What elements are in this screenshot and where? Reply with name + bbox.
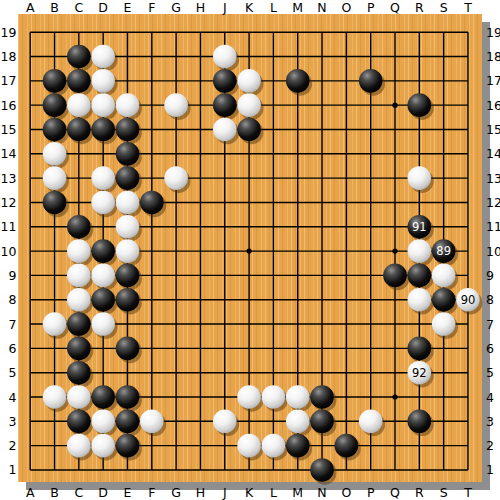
stone-white-P3 [359,410,385,437]
stone-white-E16 [116,93,142,120]
black-stone [213,69,237,93]
stone-black-R16 [408,93,434,120]
col-label-bottom-O: O [341,485,351,500]
white-stone [213,45,237,69]
col-label-bottom-N: N [317,485,326,500]
row-label-left-7: 7 [9,317,17,332]
stone-black-C17 [67,69,93,96]
star-point-Q4 [392,394,397,399]
row-label-left-5: 5 [9,365,17,380]
col-label-top-E: E [124,0,132,15]
col-label-bottom-L: L [270,485,277,500]
stone-black-J16 [213,93,239,120]
stone-white-K4 [237,385,263,412]
row-label-right-2: 2 [486,438,494,453]
white-stone [164,93,188,117]
col-label-bottom-R: R [415,485,424,500]
row-label-right-9: 9 [486,268,494,283]
stone-black-B17 [43,69,69,96]
stone-white-C2 [67,434,93,461]
white-stone [91,434,115,458]
stone-white-E11 [116,215,142,242]
black-stone [67,312,91,336]
col-label-bottom-G: G [171,485,181,500]
stone-black-N4 [310,385,336,412]
stone-white-C9 [67,264,93,291]
stone-white-J15 [213,118,239,145]
star-point-Q10 [392,248,397,253]
stone-white-B4 [43,385,69,412]
row-label-right-4: 4 [486,390,494,405]
row-label-right-13: 13 [486,171,500,186]
row-label-left-9: 9 [9,268,17,283]
row-label-left-1: 1 [9,462,17,477]
black-stone [67,337,91,361]
stone-white-B13 [43,166,69,193]
col-label-top-O: O [341,0,351,15]
stone-black-D8 [91,288,117,315]
black-stone [67,69,91,93]
white-stone [237,385,261,409]
stone-white-L4 [262,385,288,412]
stone-white-D13 [91,166,117,193]
stone-black-N3 [310,410,336,437]
stone-white-C4 [67,385,93,412]
black-stone [286,69,310,93]
stone-black-E14 [116,142,142,169]
stone-black-S8 [432,288,458,315]
col-label-bottom-C: C [74,485,83,500]
move-number-92: 92 [412,366,427,380]
stone-black-E8 [116,288,142,315]
row-label-right-11: 11 [486,219,500,234]
row-label-left-14: 14 [1,146,17,161]
black-stone [286,434,310,458]
white-stone [286,385,310,409]
stone-white-E12 [116,191,142,218]
white-stone [140,410,164,434]
row-label-right-10: 10 [486,244,500,259]
stone-black-M17 [286,69,312,96]
white-stone [262,434,286,458]
stone-white-K16 [237,93,263,120]
stone-white-R13 [408,166,434,193]
stone-black-E2 [116,434,142,461]
stone-white-B14 [43,142,69,169]
stone-white-K2 [237,434,263,461]
row-label-right-1: 1 [486,462,494,477]
white-stone [91,410,115,434]
col-label-top-T: T [463,0,472,15]
go-app-window: AA1919BB1818CC1717DD1616EE1515FF1414GG13… [0,0,500,500]
row-label-left-12: 12 [1,195,17,210]
row-label-right-17: 17 [486,73,500,88]
col-label-bottom-Q: Q [390,485,400,500]
row-label-right-14: 14 [486,146,500,161]
row-label-right-8: 8 [486,292,494,307]
white-stone [67,434,91,458]
row-label-right-15: 15 [486,122,500,137]
black-stone [116,166,140,190]
col-label-bottom-S: S [440,485,448,500]
stone-white-E10 [116,239,142,266]
row-label-right-5: 5 [486,365,494,380]
row-label-left-11: 11 [1,219,17,234]
move-number-91: 91 [412,220,427,234]
black-stone [91,239,115,263]
col-label-top-M: M [292,0,303,15]
white-stone [116,191,140,215]
black-stone [67,118,91,142]
stone-black-C6 [67,337,93,364]
col-label-top-C: C [74,0,83,15]
stone-white-C10 [67,239,93,266]
white-stone [67,239,91,263]
row-label-right-7: 7 [486,317,494,332]
stone-white-D3 [91,410,117,437]
black-stone [140,191,164,215]
stone-black-J17 [213,69,239,96]
stone-white-T8: 90 [456,288,482,315]
stone-black-E6 [116,337,142,364]
stones: 91899092 [43,45,483,485]
stone-white-R10 [408,239,434,266]
col-label-bottom-T: T [463,485,472,500]
row-label-right-16: 16 [486,98,500,113]
stone-black-F12 [140,191,166,218]
black-stone [408,410,432,434]
row-label-left-19: 19 [1,25,17,40]
black-stone [310,458,334,482]
row-label-right-3: 3 [486,414,494,429]
stone-black-E15 [116,118,142,145]
black-stone [43,118,67,142]
white-stone [43,312,67,336]
white-stone [116,239,140,263]
col-label-top-Q: Q [390,0,400,15]
row-label-left-15: 15 [1,122,17,137]
stone-white-D7 [91,312,117,339]
stone-black-R3 [408,410,434,437]
stone-white-D12 [91,191,117,218]
stone-black-B12 [43,191,69,218]
black-stone [116,410,140,434]
move-number-90: 90 [461,293,476,307]
stone-black-D4 [91,385,117,412]
white-stone [43,142,67,166]
col-label-top-D: D [98,0,108,15]
col-label-bottom-A: A [26,485,35,500]
row-label-right-18: 18 [486,49,500,64]
white-stone [286,410,310,434]
white-stone [67,288,91,312]
black-stone [213,93,237,117]
stone-black-C11 [67,215,93,242]
white-stone [237,434,261,458]
black-stone [310,385,334,409]
white-stone [432,264,456,288]
stone-black-R11: 91 [408,215,434,242]
stone-white-J3 [213,410,239,437]
stone-black-B16 [43,93,69,120]
white-stone [91,312,115,336]
row-label-left-4: 4 [9,390,17,405]
col-label-bottom-F: F [148,485,155,500]
row-label-right-12: 12 [486,195,500,210]
stone-white-R8 [408,288,434,315]
black-stone [67,45,91,69]
col-label-bottom-J: J [222,485,227,500]
stone-white-B7 [43,312,69,339]
white-stone [67,385,91,409]
stone-white-D9 [91,264,117,291]
black-stone [335,434,359,458]
white-stone [164,166,188,190]
black-stone [91,385,115,409]
col-label-top-L: L [270,0,277,15]
stone-black-Q9 [383,264,409,291]
white-stone [91,45,115,69]
row-label-left-13: 13 [1,171,17,186]
row-label-left-18: 18 [1,49,17,64]
white-stone [432,312,456,336]
col-label-top-N: N [317,0,326,15]
stone-white-K17 [237,69,263,96]
col-label-top-P: P [367,0,375,15]
stone-black-E9 [116,264,142,291]
black-stone [116,434,140,458]
stone-white-F3 [140,410,166,437]
stone-white-D16 [91,93,117,120]
black-stone [116,288,140,312]
row-label-left-6: 6 [9,341,17,356]
white-stone [408,239,432,263]
white-stone [359,410,383,434]
row-label-right-19: 19 [486,25,500,40]
stone-white-L2 [262,434,288,461]
col-label-bottom-M: M [292,485,303,500]
stone-white-R5: 92 [408,361,434,388]
black-stone [408,264,432,288]
stone-black-E4 [116,385,142,412]
stone-white-C16 [67,93,93,120]
stone-black-C18 [67,45,93,72]
row-label-left-10: 10 [1,244,17,259]
stone-black-R6 [408,337,434,364]
stone-black-S10: 89 [432,239,458,266]
col-label-top-K: K [245,0,254,15]
black-stone [116,118,140,142]
black-stone [359,69,383,93]
col-label-bottom-B: B [50,485,59,500]
col-label-top-B: B [50,0,59,15]
black-stone [116,142,140,166]
stone-white-S9 [432,264,458,291]
row-label-left-8: 8 [9,292,17,307]
white-stone [262,385,286,409]
row-label-left-17: 17 [1,73,17,88]
black-stone [116,385,140,409]
stone-white-S7 [432,312,458,339]
stone-black-M2 [286,434,312,461]
col-label-top-F: F [148,0,155,15]
move-number-89: 89 [436,244,451,258]
white-stone [91,191,115,215]
white-stone [91,264,115,288]
stone-white-G16 [164,93,190,120]
black-stone [432,288,456,312]
stone-black-D10 [91,239,117,266]
white-stone [43,166,67,190]
white-stone [237,69,261,93]
black-stone [116,337,140,361]
white-stone [67,264,91,288]
stone-black-R9 [408,264,434,291]
col-label-bottom-P: P [367,485,375,500]
black-stone [43,69,67,93]
row-label-right-6: 6 [486,341,494,356]
stone-black-B15 [43,118,69,145]
col-label-top-R: R [415,0,424,15]
col-label-bottom-D: D [98,485,108,500]
star-point-Q16 [392,103,397,108]
white-stone [213,410,237,434]
col-label-top-A: A [26,0,35,15]
stone-black-C15 [67,118,93,145]
white-stone [116,215,140,239]
stone-white-G13 [164,166,190,193]
white-stone [408,166,432,190]
col-label-top-H: H [196,0,205,15]
white-stone [91,69,115,93]
white-stone [43,385,67,409]
row-label-left-2: 2 [9,438,17,453]
black-stone [408,93,432,117]
black-stone [91,288,115,312]
col-label-top-G: G [171,0,181,15]
white-stone [91,93,115,117]
black-stone [116,264,140,288]
black-stone [310,410,334,434]
stone-white-M4 [286,385,312,412]
col-label-top-S: S [440,0,448,15]
white-stone [213,118,237,142]
stone-black-K15 [237,118,263,145]
black-stone [383,264,407,288]
white-stone [67,93,91,117]
stone-black-D15 [91,118,117,145]
go-board-overlay[interactable]: AA1919BB1818CC1717DD1616EE1515FF1414GG13… [0,0,500,500]
stone-white-J18 [213,45,239,72]
col-label-top-J: J [222,0,227,15]
star-point-K10 [246,248,251,253]
stone-black-O2 [335,434,361,461]
black-stone [43,191,67,215]
black-stone [43,93,67,117]
stone-black-N1 [310,458,336,485]
row-label-left-16: 16 [1,98,17,113]
stone-black-C3 [67,410,93,437]
black-stone [408,337,432,361]
white-stone [237,93,261,117]
black-stone [67,410,91,434]
stone-black-E13 [116,166,142,193]
stone-black-E3 [116,410,142,437]
stone-white-D18 [91,45,117,72]
black-stone [91,118,115,142]
stone-white-D2 [91,434,117,461]
stone-white-M3 [286,410,312,437]
stone-black-C5 [67,361,93,388]
black-stone [67,215,91,239]
black-stone [67,361,91,385]
white-stone [408,288,432,312]
black-stone [237,118,261,142]
stone-black-C7 [67,312,93,339]
stone-white-C8 [67,288,93,315]
col-label-bottom-K: K [245,485,254,500]
white-stone [116,93,140,117]
row-label-left-3: 3 [9,414,17,429]
stone-black-P17 [359,69,385,96]
col-label-bottom-E: E [124,485,132,500]
stone-white-D17 [91,69,117,96]
col-label-bottom-H: H [196,485,205,500]
white-stone [91,166,115,190]
